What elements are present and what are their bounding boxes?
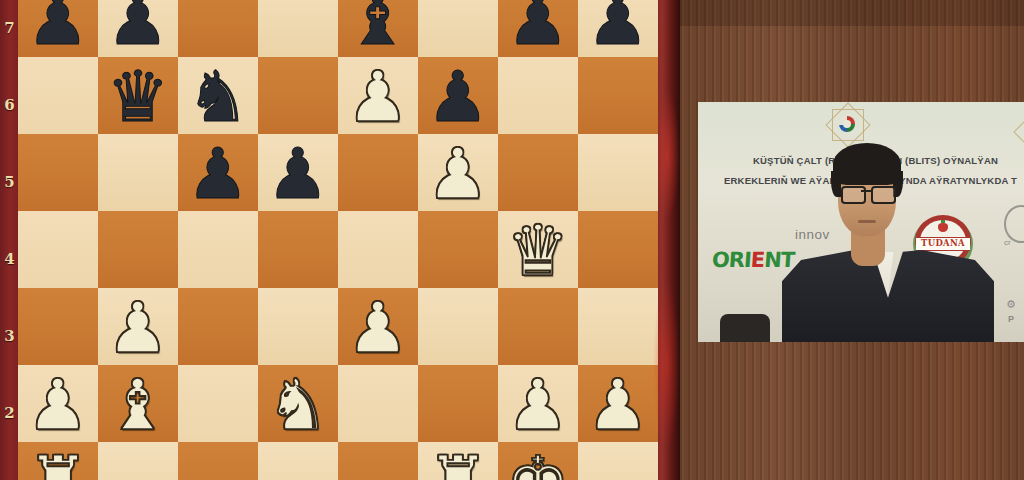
square-d3 <box>258 288 338 365</box>
broadcast-screen: { "game": "chess", "view": "live broadca… <box>0 0 1024 480</box>
square-f3 <box>418 288 498 365</box>
square-g7: ♟ <box>498 0 578 57</box>
square-b5 <box>98 134 178 211</box>
white-pawn-h2: ♟ <box>578 365 658 442</box>
webcam-video: KÜŞTÜŇ ÇALT (RAP SYN (BLITS) OŸNALŸAN ER… <box>698 102 1024 342</box>
square-a6 <box>18 57 98 134</box>
square-g1: ♚ <box>498 442 578 480</box>
square-e1 <box>338 442 418 480</box>
orient-logo: ORIENT <box>711 248 795 272</box>
gear-icon: ⚙ <box>1006 298 1016 311</box>
black-pawn-b7: ♟ <box>98 0 178 57</box>
commentator-hair <box>833 143 901 185</box>
square-c4 <box>178 211 258 288</box>
square-e6: ♟ <box>338 57 418 134</box>
chair-back <box>720 314 770 342</box>
swirl-emblem-icon <box>839 116 855 132</box>
square-c1 <box>178 442 258 480</box>
white-bishop-b2: ♝ <box>98 365 178 442</box>
square-h6 <box>578 57 658 134</box>
white-pawn-g2: ♟ <box>498 365 578 442</box>
glasses-bridge-icon <box>861 190 872 192</box>
square-h4 <box>578 211 658 288</box>
square-b4 <box>98 211 178 288</box>
black-knight-c6: ♞ <box>178 57 258 134</box>
square-f5: ♟ <box>418 134 498 211</box>
square-d4 <box>258 211 338 288</box>
white-pawn-e3: ♟ <box>338 288 418 365</box>
square-b3: ♟ <box>98 288 178 365</box>
glasses-right-lens-icon <box>871 186 896 204</box>
square-f2 <box>418 365 498 442</box>
strawberry-icon <box>938 223 948 232</box>
square-h7: ♟ <box>578 0 658 57</box>
square-c2 <box>178 365 258 442</box>
rank-label-2: 2 <box>2 404 17 422</box>
black-queen-b6: ♛ <box>98 57 178 134</box>
square-d2: ♞ <box>258 365 338 442</box>
rank-label-3: 3 <box>2 327 17 345</box>
white-pawn-b3: ♟ <box>98 288 178 365</box>
innova-logo-text: innov <box>795 227 830 242</box>
white-rook-f1: ♜ <box>418 442 498 480</box>
orient-letter-R: R <box>728 248 745 272</box>
square-a2: ♟ <box>18 365 98 442</box>
square-a3 <box>18 288 98 365</box>
orient-letter-N: N <box>763 248 781 272</box>
square-b6: ♛ <box>98 57 178 134</box>
square-h3 <box>578 288 658 365</box>
square-g5 <box>498 134 578 211</box>
square-e2 <box>338 365 418 442</box>
orient-letter-T: T <box>780 248 795 272</box>
square-c6: ♞ <box>178 57 258 134</box>
white-rook-a1: ♜ <box>18 442 98 480</box>
square-b1 <box>98 442 178 480</box>
square-f7 <box>418 0 498 57</box>
rank-label-7: 7 <box>2 19 17 37</box>
star-square-rotated-icon <box>1013 109 1024 154</box>
square-h1 <box>578 442 658 480</box>
right-logo-caption: cr <box>1004 238 1011 247</box>
square-c3 <box>178 288 258 365</box>
square-e5 <box>338 134 418 211</box>
white-king-g1: ♚ <box>498 442 578 480</box>
square-c5: ♟ <box>178 134 258 211</box>
black-bishop-e7: ♝ <box>338 0 418 57</box>
square-e3: ♟ <box>338 288 418 365</box>
square-a1: ♜ <box>18 442 98 480</box>
square-f1: ♜ <box>418 442 498 480</box>
glasses-left-lens-icon <box>841 186 866 204</box>
black-pawn-a7: ♟ <box>18 0 98 57</box>
square-d1 <box>258 442 338 480</box>
square-e4 <box>338 211 418 288</box>
white-knight-d2: ♞ <box>258 365 338 442</box>
square-f6: ♟ <box>418 57 498 134</box>
chess-board: ♟♟♝♟♟♛♞♟♟♟♟♟♛♟♟♟♝♞♟♟♜♜♚ 765432 <box>0 0 680 480</box>
black-pawn-c5: ♟ <box>178 134 258 211</box>
square-g2: ♟ <box>498 365 578 442</box>
square-a4 <box>18 211 98 288</box>
square-d5: ♟ <box>258 134 338 211</box>
rank-label-4: 4 <box>2 250 17 268</box>
square-d6 <box>258 57 338 134</box>
square-a7: ♟ <box>18 0 98 57</box>
white-pawn-a2: ♟ <box>18 365 98 442</box>
white-pawn-f5: ♟ <box>418 134 498 211</box>
white-pawn-e6: ♟ <box>338 57 418 134</box>
square-d7 <box>258 0 338 57</box>
square-g4: ♛ <box>498 211 578 288</box>
square-g6 <box>498 57 578 134</box>
black-pawn-g7: ♟ <box>498 0 578 57</box>
square-h5 <box>578 134 658 211</box>
square-b2: ♝ <box>98 365 178 442</box>
black-pawn-d5: ♟ <box>258 134 338 211</box>
rank-label-5: 5 <box>2 173 17 191</box>
commentator-mouth <box>858 220 876 223</box>
square-b7: ♟ <box>98 0 178 57</box>
square-c7 <box>178 0 258 57</box>
orient-letter-O: O <box>711 248 730 272</box>
banner-line2-right: SYNDA AŸRATYNLYKDA T <box>893 175 1017 186</box>
board-squares: ♟♟♝♟♟♛♞♟♟♟♟♟♛♟♟♟♝♞♟♟♜♜♚ <box>18 0 658 480</box>
rank-label-6: 6 <box>2 96 17 114</box>
black-pawn-f6: ♟ <box>418 57 498 134</box>
square-a5 <box>18 134 98 211</box>
white-queen-g4: ♛ <box>498 211 578 288</box>
black-pawn-h7: ♟ <box>578 0 658 57</box>
square-g3 <box>498 288 578 365</box>
right-logo-letter: P <box>1008 314 1014 324</box>
tudana-logo-text: TUDANA <box>913 238 973 248</box>
wood-shadow-band <box>680 0 1024 26</box>
square-h2: ♟ <box>578 365 658 442</box>
square-e7: ♝ <box>338 0 418 57</box>
partial-star-logo <box>1006 110 1024 150</box>
federation-star-logo <box>824 103 872 147</box>
square-f4 <box>418 211 498 288</box>
